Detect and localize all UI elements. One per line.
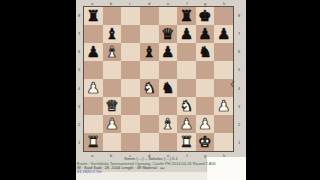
square-e7[interactable]: ♛ [159,25,178,43]
square-d1[interactable] [140,133,159,151]
rank-label-3: 3 [78,104,80,109]
square-f6[interactable] [177,43,196,61]
video-frame: { "game": "chess", "position": "r4rk1/1b… [0,0,320,180]
white-pawn: ♟ [198,117,211,132]
square-b8[interactable] [103,7,122,25]
file-label-d: d [148,1,150,6]
square-h1[interactable] [214,133,233,151]
square-e6[interactable]: ♟ [159,43,178,61]
square-c8[interactable] [121,7,140,25]
square-g7[interactable]: ♟ [196,25,215,43]
square-f3[interactable]: ♞ [177,97,196,115]
square-a3[interactable] [84,97,103,115]
square-c1[interactable] [121,133,140,151]
square-b7[interactable]: ♝ [103,25,122,43]
white-bishop: ♝ [161,117,174,132]
square-h2[interactable] [214,115,233,133]
white-pawn: ♟ [217,99,230,114]
square-c3[interactable] [121,97,140,115]
rank-label-7: 7 [238,31,240,36]
white-king: ♚ [198,135,211,150]
square-b2[interactable]: ♟ [103,115,122,133]
players-line: Smirin (....) -- Sokolov (....) 0-1 [124,156,178,161]
square-e2[interactable]: ♝ [159,115,178,133]
square-f1[interactable]: ♜ [177,133,196,151]
square-b1[interactable] [103,133,122,151]
rank-labels-right: 87654321 [235,6,244,152]
rank-label-5: 5 [238,68,240,73]
rank-label-7: 7 [78,31,80,36]
square-h7[interactable]: ♟ [214,25,233,43]
square-f7[interactable]: ♟ [177,25,196,43]
white-bishop: ♝ [105,45,118,60]
file-label-g: g [205,1,207,6]
white-rook: ♜ [87,135,100,150]
rank-label-1: 1 [238,141,240,146]
file-label-a: a [91,1,93,6]
square-h6[interactable] [214,43,233,61]
white-knight: ♞ [142,81,155,96]
square-a4[interactable]: ♟ [84,79,103,97]
square-d5[interactable] [140,61,159,79]
rank-label-5: 5 [78,68,80,73]
file-label-b: b [110,1,112,6]
white-pawn: ♟ [180,117,193,132]
file-label-a: a [91,153,93,158]
file-label-h: h [223,1,225,6]
square-c2[interactable] [121,115,140,133]
white-pawn: ♟ [87,81,100,96]
square-d3[interactable] [140,97,159,115]
square-g6[interactable]: ♞ [196,43,215,61]
square-g1[interactable]: ♚ [196,133,215,151]
rank-label-4: 4 [238,86,240,91]
rank-label-6: 6 [78,49,80,54]
square-h5[interactable] [214,61,233,79]
black-rook: ♜ [87,9,100,24]
square-e1[interactable] [159,133,178,151]
black-pawn: ♟ [198,27,211,42]
square-a2[interactable] [84,115,103,133]
square-e4[interactable]: ♞ [159,79,178,97]
square-b3[interactable]: ♛ [103,97,122,115]
black-bishop: ♝ [142,45,155,60]
square-e8[interactable] [159,7,178,25]
file-label-f: f [186,1,187,6]
square-c7[interactable] [121,25,140,43]
square-b4[interactable] [103,79,122,97]
square-d7[interactable] [140,25,159,43]
square-g4[interactable] [196,79,215,97]
black-pawn: ♟ [217,27,230,42]
square-d2[interactable] [140,115,159,133]
rank-label-8: 8 [78,13,80,18]
square-a7[interactable] [84,25,103,43]
rank-label-2: 2 [78,122,80,127]
white-queen: ♛ [105,99,118,114]
square-f5[interactable] [177,61,196,79]
chess-gui-panel: abcdefgh 87654321 ♜♜♚♝♛♟♟♟♟♝♝♟♞♟♞♞♛♞♟♟♝♟… [76,0,246,180]
square-c4[interactable] [121,79,140,97]
square-e5[interactable] [159,61,178,79]
rank-label-4: 4 [78,86,80,91]
square-c5[interactable] [121,61,140,79]
square-e3[interactable] [159,97,178,115]
black-pawn: ♟ [87,45,100,60]
square-f8[interactable]: ♜ [177,7,196,25]
square-g8[interactable]: ♚ [196,7,215,25]
black-knight: ♞ [198,45,211,60]
board: ♜♜♚♝♛♟♟♟♟♝♝♟♞♟♞♞♛♞♟♟♝♟♟♜♜♚ [83,6,234,152]
file-label-c: c [129,1,131,6]
rank-labels-left: 87654321 [76,6,83,152]
square-b5[interactable] [103,61,122,79]
square-g2[interactable]: ♟ [196,115,215,133]
black-rook: ♜ [180,9,193,24]
white-rook: ♜ [180,135,193,150]
square-b6[interactable]: ♝ [103,43,122,61]
black-queen: ♛ [161,27,174,42]
rank-label-1: 1 [78,141,80,146]
square-d8[interactable] [140,7,159,25]
square-g3[interactable] [196,97,215,115]
black-king: ♚ [198,9,211,24]
square-d4[interactable]: ♞ [140,79,159,97]
file-label-b: b [110,153,112,158]
file-label-f: f [186,153,187,158]
black-bishop: ♝ [105,27,118,42]
square-f4[interactable] [177,79,196,97]
rank-label-2: 2 [238,122,240,127]
square-h8[interactable] [214,7,233,25]
square-h3[interactable]: ♟ [214,97,233,115]
square-f2[interactable]: ♟ [177,115,196,133]
square-g5[interactable] [196,61,215,79]
black-knight: ♞ [161,81,174,96]
square-a6[interactable]: ♟ [84,43,103,61]
link-line[interactable]: 41.1820 2.7m [77,169,101,174]
square-a8[interactable]: ♜ [84,7,103,25]
square-a1[interactable]: ♜ [84,133,103,151]
black-pawn: ♟ [161,45,174,60]
white-knight: ♞ [180,99,193,114]
square-d6[interactable]: ♝ [140,43,159,61]
white-pawn: ♟ [105,117,118,132]
square-a5[interactable] [84,61,103,79]
file-label-e: e [167,1,169,6]
black-pawn: ♟ [180,27,193,42]
square-c6[interactable] [121,43,140,61]
rank-label-6: 6 [238,49,240,54]
rank-label-8: 8 [238,13,240,18]
rank-label-3: 3 [238,104,240,109]
